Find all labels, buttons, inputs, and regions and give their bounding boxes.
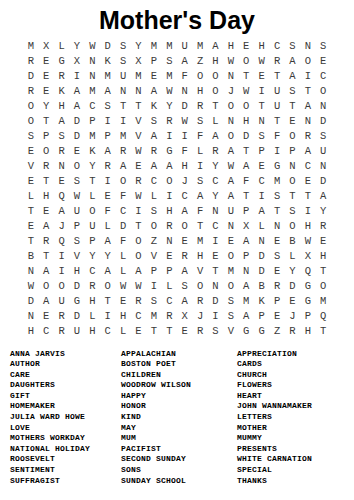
grid-cell-r8c16: P [254,144,269,159]
grid-cell-r7c3: S [54,129,69,144]
grid-cell-r20c8: E [131,324,146,339]
word-list-item: LETTERS [237,412,354,423]
grid-cell-r3c3: R [54,69,69,84]
grid-cell-r20c10: T [162,324,177,339]
grid-cell-r12c15: P [239,204,254,219]
word-list-item: CHILDREN [121,370,237,381]
grid-cell-r4c8: N [131,84,146,99]
grid-cell-r20c12: R [192,324,207,339]
grid-cell-r16c6: A [100,264,115,279]
grid-cell-r12c6: F [100,204,115,219]
grid-cell-r8c19: A [300,144,315,159]
grid-cell-r18c12: R [192,294,207,309]
grid-cell-r2c6: K [100,54,115,69]
grid-cell-r16c2: A [38,264,53,279]
grid-cell-r15c15: P [239,249,254,264]
grid-cell-r6c7: I [115,114,130,129]
grid-cell-r12c19: I [300,204,315,219]
grid-cell-r2c4: X [69,54,84,69]
grid-cell-r17c14: O [223,279,238,294]
grid-cell-r8c12: L [192,144,207,159]
grid-cell-r7c16: S [254,129,269,144]
grid-cell-r10c16: C [254,174,269,189]
grid-cell-r10c1: E [23,174,38,189]
grid-cell-r1c13: A [208,39,223,54]
grid-cell-r5c5: C [85,99,100,114]
grid-cell-r11c3: Q [54,189,69,204]
grid-cell-r8c20: U [316,144,331,159]
word-list-item: HAPPY [121,391,237,402]
grid-cell-r2c15: O [239,54,254,69]
grid-cell-r10c8: R [131,174,146,189]
grid-cell-r9c2: R [38,159,53,174]
grid-cell-r2c7: S [115,54,130,69]
grid-cell-r2c5: N [85,54,100,69]
grid-cell-r8c5: K [85,144,100,159]
grid-cell-r1c15: E [239,39,254,54]
grid-cell-r5c9: K [146,99,161,114]
word-search-grid: MXLYWDSYMMUMAHEHCSNSREGXNKSXPSAZHWOWRAOE… [0,39,354,339]
grid-cell-r12c7: C [115,204,130,219]
word-list-item: PACIFIST [121,444,237,455]
grid-cell-r7c18: O [285,129,300,144]
grid-cell-r16c7: L [115,264,130,279]
word-list-item: SECOND SUNDAY [121,454,237,465]
grid-cell-r15c7: L [115,249,130,264]
grid-cell-r20c11: E [177,324,192,339]
grid-cell-r15c2: T [38,249,53,264]
grid-cell-r11c13: Y [208,189,223,204]
word-list-item: AUTHOR [10,359,121,370]
grid-cell-r15c16: D [254,249,269,264]
word-list-item: SUNDAY SCHOOL [121,476,237,487]
grid-cell-r5c11: D [177,99,192,114]
grid-cell-r9c16: E [254,159,269,174]
grid-cell-r11c19: T [300,189,315,204]
grid-cell-r16c8: A [131,264,146,279]
grid-cell-r10c5: T [85,174,100,189]
grid-cell-r11c10: I [162,189,177,204]
word-list-item: SUFFRAGIST [10,476,121,487]
grid-cell-r4c10: W [162,84,177,99]
grid-cell-r14c19: W [300,234,315,249]
grid-cell-r14c3: Q [54,234,69,249]
grid-cell-r17c7: W [115,279,130,294]
grid-cell-r17c18: D [285,279,300,294]
grid-cell-r3c16: E [254,69,269,84]
grid-cell-r9c6: R [100,159,115,174]
grid-cell-r3c1: D [23,69,38,84]
word-list-item: APPALACHIAN [121,349,237,360]
grid-cell-r20c20: T [316,324,331,339]
grid-cell-r18c11: A [177,294,192,309]
word-list-item: GIFT [10,391,121,402]
grid-cell-r7c4: D [69,129,84,144]
grid-cell-r13c11: O [177,219,192,234]
grid-cell-r6c2: T [38,114,53,129]
grid-cell-r20c13: S [208,324,223,339]
grid-cell-r19c1: N [23,309,38,324]
grid-cell-r4c20: O [316,84,331,99]
grid-cell-r8c18: P [285,144,300,159]
grid-cell-r13c2: A [38,219,53,234]
grid-cell-r7c20: S [316,129,331,144]
grid-cell-r11c4: W [69,189,84,204]
grid-cell-r1c5: W [85,39,100,54]
grid-cell-r17c10: L [162,279,177,294]
grid-cell-r13c17: N [269,219,284,234]
grid-cell-r15c20: H [316,249,331,264]
grid-cell-r17c3: O [54,279,69,294]
grid-cell-r8c10: G [162,144,177,159]
grid-cell-r14c5: P [85,234,100,249]
grid-cell-r15c3: I [54,249,69,264]
grid-cell-r9c12: I [192,159,207,174]
grid-cell-r3c9: E [146,69,161,84]
grid-cell-r1c1: M [23,39,38,54]
grid-cell-r13c7: D [115,219,130,234]
grid-cell-r8c2: O [38,144,53,159]
grid-cell-r19c3: R [54,309,69,324]
word-list-item: ANNA JARVIS [10,349,121,360]
grid-cell-r12c8: I [131,204,146,219]
word-list-column-3: APPRECIATIONCARDSCHURCHFLOWERSHEARTJOHN … [237,349,354,487]
grid-cell-r14c8: O [131,234,146,249]
grid-cell-r13c16: L [254,219,269,234]
grid-cell-r11c16: I [254,189,269,204]
grid-cell-r14c6: A [100,234,115,249]
grid-cell-r14c17: E [269,234,284,249]
grid-cell-r17c16: B [254,279,269,294]
grid-cell-r20c6: C [100,324,115,339]
grid-cell-r19c20: Q [316,309,331,324]
grid-cell-r17c5: R [85,279,100,294]
grid-cell-r2c16: W [254,54,269,69]
grid-cell-r14c2: R [38,234,53,249]
grid-cell-r7c6: P [100,129,115,144]
grid-cell-r9c4: O [69,159,84,174]
grid-cell-r1c18: S [285,39,300,54]
grid-cell-r20c1: H [23,324,38,339]
grid-cell-r4c2: E [38,84,53,99]
grid-cell-r16c13: T [208,264,223,279]
grid-cell-r20c16: G [254,324,269,339]
grid-cell-r10c15: F [239,174,254,189]
grid-cell-r12c18: S [285,204,300,219]
grid-cell-r16c10: P [162,264,177,279]
grid-cell-r4c13: O [208,84,223,99]
grid-cell-r13c10: R [162,219,177,234]
grid-cell-r5c2: Y [38,99,53,114]
grid-cell-r17c12: O [192,279,207,294]
grid-cell-r17c2: O [38,279,53,294]
grid-cell-r5c12: R [192,99,207,114]
grid-cell-r8c14: A [223,144,238,159]
grid-cell-r1c2: X [38,39,53,54]
grid-cell-r6c18: E [285,114,300,129]
grid-cell-r10c19: E [300,174,315,189]
grid-cell-r15c11: R [177,249,192,264]
grid-cell-r19c13: I [208,309,223,324]
grid-cell-r7c12: F [192,129,207,144]
grid-cell-r11c2: H [38,189,53,204]
grid-cell-r7c17: F [269,129,284,144]
word-list-item: HOMEMAKER [10,401,121,412]
grid-cell-r6c10: R [162,114,177,129]
grid-cell-r20c4: U [69,324,84,339]
grid-cell-r4c17: U [269,84,284,99]
grid-cell-r3c20: C [316,69,331,84]
grid-cell-r4c7: N [115,84,130,99]
grid-cell-r3c15: T [239,69,254,84]
grid-cell-r7c15: D [239,129,254,144]
grid-cell-r1c11: U [177,39,192,54]
grid-cell-r4c16: I [254,84,269,99]
grid-cell-r7c11: I [177,129,192,144]
grid-cell-r6c5: P [85,114,100,129]
grid-cell-r20c2: C [38,324,53,339]
grid-cell-r6c1: O [23,114,38,129]
grid-cell-r5c4: A [69,99,84,114]
word-list-item: CARDS [237,359,354,370]
grid-cell-r1c6: D [100,39,115,54]
grid-cell-r7c1: S [23,129,38,144]
grid-cell-r16c16: D [254,264,269,279]
grid-cell-r7c13: A [208,129,223,144]
grid-cell-r17c19: G [300,279,315,294]
grid-cell-r19c14: S [223,309,238,324]
grid-cell-r13c5: U [85,219,100,234]
word-list-item: HEART [237,391,354,402]
grid-cell-r13c4: P [69,219,84,234]
grid-cell-r16c4: H [69,264,84,279]
grid-cell-r3c4: I [69,69,84,84]
grid-cell-r15c17: S [269,249,284,264]
word-list-item: THANKS [237,476,354,487]
grid-cell-r18c16: K [254,294,269,309]
grid-cell-r12c4: U [69,204,84,219]
grid-cell-r18c3: U [54,294,69,309]
grid-cell-r11c1: L [23,189,38,204]
grid-cell-r18c14: S [223,294,238,309]
grid-cell-r5c7: T [115,99,130,114]
grid-cell-r3c7: U [115,69,130,84]
grid-cell-r11c18: T [285,189,300,204]
word-list-column-2: APPALACHIANBOSTON POETCHILDRENWOODROW WI… [121,349,237,487]
grid-cell-r5c3: H [54,99,69,114]
grid-cell-r3c5: N [85,69,100,84]
grid-cell-r9c8: E [131,159,146,174]
grid-cell-r5c15: O [239,99,254,114]
grid-cell-r9c7: A [115,159,130,174]
grid-cell-r7c9: A [146,129,161,144]
grid-cell-r19c6: I [100,309,115,324]
grid-cell-r20c3: R [54,324,69,339]
grid-cell-r15c13: E [208,249,223,264]
word-list-item: MOTHER [237,423,354,434]
grid-cell-r17c20: O [316,279,331,294]
grid-cell-r8c3: R [54,144,69,159]
grid-cell-r13c13: C [208,219,223,234]
grid-cell-r18c9: S [146,294,161,309]
grid-cell-r3c6: M [100,69,115,84]
word-list-item: LOVE [10,423,121,434]
grid-cell-r6c9: S [146,114,161,129]
grid-cell-r15c1: B [23,249,38,264]
grid-cell-r10c4: S [69,174,84,189]
grid-cell-r20c9: T [146,324,161,339]
grid-cell-r15c14: O [223,249,238,264]
grid-cell-r14c16: N [254,234,269,249]
word-list-item: DAUGHTERS [10,380,121,391]
grid-cell-r13c18: O [285,219,300,234]
grid-cell-r13c3: J [54,219,69,234]
grid-cell-r12c3: A [54,204,69,219]
grid-cell-r10c14: A [223,174,238,189]
grid-cell-r12c11: A [177,204,192,219]
grid-cell-r8c11: F [177,144,192,159]
grid-cell-r16c18: Y [285,264,300,279]
grid-cell-r5c20: N [316,99,331,114]
word-list-item: SENTIMENT [10,465,121,476]
grid-cell-r7c10: I [162,129,177,144]
grid-cell-r8c9: R [146,144,161,159]
grid-cell-r4c6: A [100,84,115,99]
grid-cell-r10c7: O [115,174,130,189]
grid-cell-r6c3: A [54,114,69,129]
grid-cell-r4c19: T [300,84,315,99]
word-list-item: CHURCH [237,370,354,381]
grid-cell-r20c7: L [115,324,130,339]
grid-cell-r19c5: L [85,309,100,324]
grid-cell-r15c18: L [285,249,300,264]
grid-cell-r3c18: A [285,69,300,84]
grid-cell-r7c19: R [300,129,315,144]
grid-cell-r14c4: S [69,234,84,249]
grid-cell-r18c18: E [285,294,300,309]
grid-cell-r12c13: N [208,204,223,219]
grid-cell-r10c13: C [208,174,223,189]
grid-cell-r14c20: E [316,234,331,249]
grid-cell-r17c11: S [177,279,192,294]
grid-cell-r14c18: B [285,234,300,249]
grid-cell-r20c19: H [300,324,315,339]
grid-cell-r18c7: E [115,294,130,309]
grid-cell-r6c16: N [254,114,269,129]
grid-cell-r9c18: N [285,159,300,174]
grid-cell-r2c20: E [316,54,331,69]
grid-cell-r2c18: A [285,54,300,69]
grid-cell-r3c17: T [269,69,284,84]
word-list-item: SPECIAL [237,465,354,476]
grid-cell-r2c3: G [54,54,69,69]
grid-cell-r18c20: M [316,294,331,309]
grid-cell-r2c14: W [223,54,238,69]
grid-cell-r3c8: M [131,69,146,84]
grid-cell-r16c17: E [269,264,284,279]
grid-cell-r4c18: S [285,84,300,99]
grid-cell-r1c12: M [192,39,207,54]
grid-cell-r6c12: S [192,114,207,129]
grid-cell-r11c5: L [85,189,100,204]
grid-cell-r9c17: G [269,159,284,174]
grid-cell-r8c7: R [115,144,130,159]
grid-cell-r16c9: P [146,264,161,279]
grid-cell-r17c6: O [100,279,115,294]
grid-cell-r5c14: O [223,99,238,114]
grid-cell-r10c10: O [162,174,177,189]
word-list-item: APPRECIATION [237,349,354,360]
grid-cell-r8c13: R [208,144,223,159]
grid-cell-r15c8: O [131,249,146,264]
word-list-item: BOSTON POET [121,359,237,370]
grid-cell-r17c1: W [23,279,38,294]
grid-cell-r13c19: H [300,219,315,234]
grid-cell-r1c9: M [146,39,161,54]
grid-cell-r14c15: A [239,234,254,249]
grid-cell-r8c4: E [69,144,84,159]
grid-cell-r12c1: T [23,204,38,219]
grid-cell-r6c11: W [177,114,192,129]
grid-cell-r9c19: C [300,159,315,174]
grid-cell-r6c15: H [239,114,254,129]
grid-cell-r19c7: H [115,309,130,324]
grid-cell-r17c13: N [208,279,223,294]
grid-cell-r6c17: T [269,114,284,129]
grid-cell-r4c1: R [23,84,38,99]
grid-cell-r6c13: L [208,114,223,129]
grid-cell-r19c4: D [69,309,84,324]
grid-cell-r13c8: T [131,219,146,234]
grid-cell-r9c1: V [23,159,38,174]
grid-cell-r15c6: Y [100,249,115,264]
grid-cell-r18c1: D [23,294,38,309]
grid-cell-r19c16: P [254,309,269,324]
grid-cell-r11c7: F [115,189,130,204]
grid-cell-r1c20: S [316,39,331,54]
grid-cell-r12c12: F [192,204,207,219]
grid-cell-r5c8: T [131,99,146,114]
grid-cell-r12c20: Y [316,204,331,219]
grid-cell-r16c19: Q [300,264,315,279]
grid-cell-r6c20: D [316,114,331,129]
word-list-item: WOODROW WILSON [121,380,237,391]
grid-cell-r10c9: C [146,174,161,189]
grid-cell-r20c15: G [239,324,254,339]
grid-cell-r16c14: M [223,264,238,279]
grid-cell-r6c8: V [131,114,146,129]
grid-cell-r18c4: G [69,294,84,309]
grid-cell-r9c13: Y [208,159,223,174]
grid-cell-r3c2: E [38,69,53,84]
grid-cell-r10c20: D [316,174,331,189]
grid-cell-r15c19: X [300,249,315,264]
grid-cell-r4c15: W [239,84,254,99]
grid-cell-r19c17: E [269,309,284,324]
grid-cell-r5c18: T [285,99,300,114]
grid-cell-r2c12: Z [192,54,207,69]
word-list-item: NATIONAL HOLIDAY [10,444,121,455]
word-list-item: KIND [121,412,237,423]
grid-cell-r9c15: A [239,159,254,174]
grid-cell-r13c12: T [192,219,207,234]
grid-cell-r8c8: W [131,144,146,159]
grid-cell-r13c9: O [146,219,161,234]
grid-cell-r11c8: W [131,189,146,204]
grid-cell-r6c19: N [300,114,315,129]
grid-cell-r2c11: A [177,54,192,69]
grid-cell-r7c2: P [38,129,53,144]
